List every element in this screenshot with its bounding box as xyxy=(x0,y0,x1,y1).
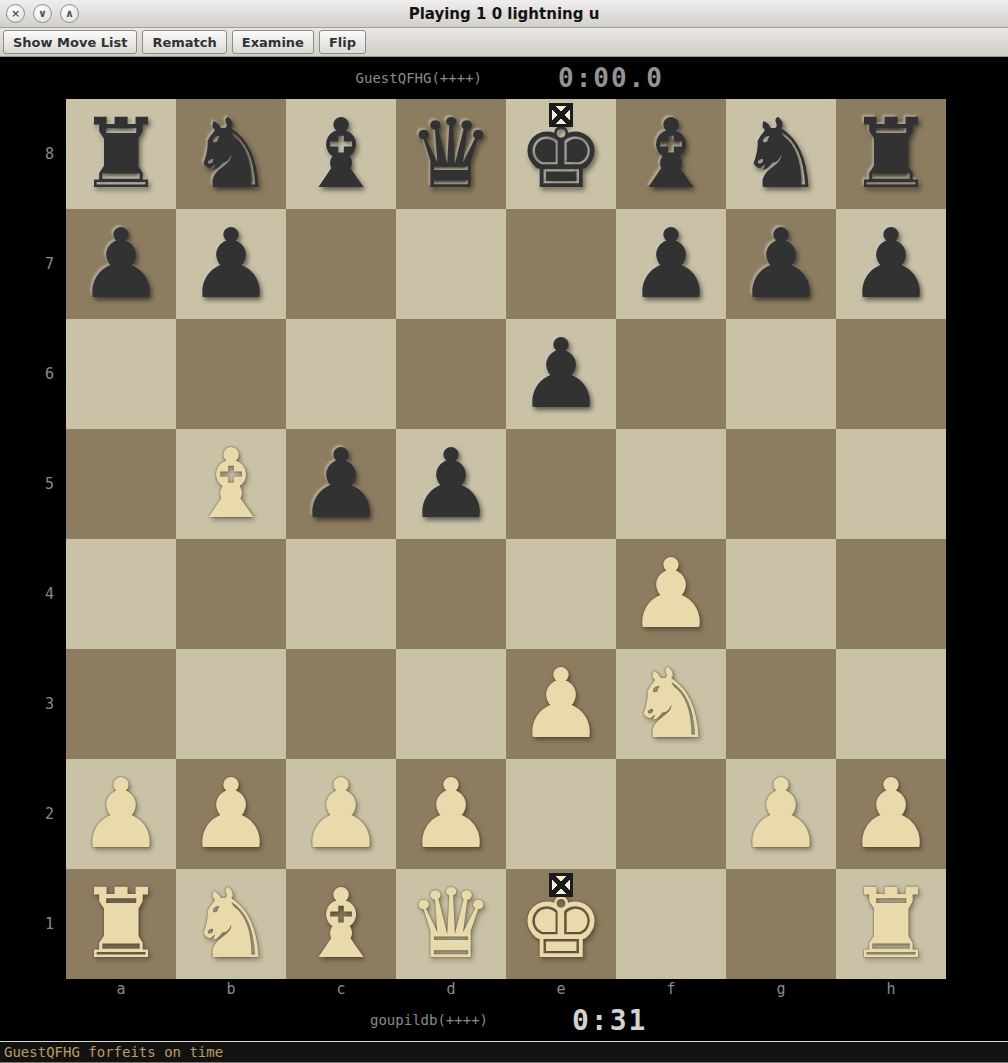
square-g5[interactable] xyxy=(726,429,836,539)
square-a6[interactable] xyxy=(66,319,176,429)
square-e6[interactable]: ♟ xyxy=(506,319,616,429)
square-h1[interactable]: ♜ xyxy=(836,869,946,979)
board-rank-2: 2♟♟♟♟♟♟ xyxy=(0,759,1008,869)
square-c2[interactable]: ♟ xyxy=(286,759,396,869)
top-player-name: GuestQFHG(++++) xyxy=(0,70,482,86)
file-labels: abcdefgh xyxy=(0,979,1008,999)
square-g7[interactable]: ♟ xyxy=(726,209,836,319)
bottom-player-clock: 0:31 xyxy=(572,1004,647,1037)
file-label-b: b xyxy=(176,980,286,998)
piece-white-rook: ♜ xyxy=(78,869,164,979)
bottom-player-row: goupildb(++++) 0:31 xyxy=(0,999,1008,1041)
square-e5[interactable] xyxy=(506,429,616,539)
square-g8[interactable]: ♞ xyxy=(726,99,836,209)
square-h5[interactable] xyxy=(836,429,946,539)
square-c7[interactable] xyxy=(286,209,396,319)
top-player-clock: 0:00.0 xyxy=(558,63,664,93)
square-e1[interactable]: ♚ xyxy=(506,869,616,979)
square-d6[interactable] xyxy=(396,319,506,429)
piece-white-pawn: ♟ xyxy=(518,649,604,759)
file-label-f: f xyxy=(616,980,726,998)
game-area: GuestQFHG(++++) 0:00.0 8♜♞♝♛♚♝♞♜7♟♟♟♟♟6♟… xyxy=(0,57,1008,1041)
square-g3[interactable] xyxy=(726,649,836,759)
square-f6[interactable] xyxy=(616,319,726,429)
rematch-button[interactable]: Rematch xyxy=(142,30,226,54)
board-rank-1: 1♜♞♝♛♚♜ xyxy=(0,869,1008,979)
piece-black-bishop: ♝ xyxy=(628,99,714,209)
square-b1[interactable]: ♞ xyxy=(176,869,286,979)
piece-white-pawn: ♟ xyxy=(628,539,714,649)
status-bar: GuestQFHG forfeits on time xyxy=(0,1041,1008,1063)
show-move-list-button[interactable]: Show Move List xyxy=(3,30,137,54)
square-h8[interactable]: ♜ xyxy=(836,99,946,209)
king-finial-box-icon xyxy=(549,873,573,897)
square-c6[interactable] xyxy=(286,319,396,429)
board-rank-4: 4♟ xyxy=(0,539,1008,649)
square-b7[interactable]: ♟ xyxy=(176,209,286,319)
file-label-a: a xyxy=(66,980,176,998)
square-g6[interactable] xyxy=(726,319,836,429)
examine-button[interactable]: Examine xyxy=(232,30,314,54)
rank-label-6: 6 xyxy=(0,319,66,429)
square-b5[interactable]: ♝ xyxy=(176,429,286,539)
piece-white-pawn: ♟ xyxy=(848,759,934,869)
window-title: Playing 1 0 lightning u xyxy=(0,5,1008,23)
square-d4[interactable] xyxy=(396,539,506,649)
bottom-player-name: goupildb(++++) xyxy=(0,1012,488,1028)
piece-white-pawn: ♟ xyxy=(408,759,494,869)
square-a8[interactable]: ♜ xyxy=(66,99,176,209)
square-c4[interactable] xyxy=(286,539,396,649)
square-g1[interactable] xyxy=(726,869,836,979)
square-g2[interactable]: ♟ xyxy=(726,759,836,869)
square-a1[interactable]: ♜ xyxy=(66,869,176,979)
board-rank-7: 7♟♟♟♟♟ xyxy=(0,209,1008,319)
square-e3[interactable]: ♟ xyxy=(506,649,616,759)
square-b2[interactable]: ♟ xyxy=(176,759,286,869)
square-h7[interactable]: ♟ xyxy=(836,209,946,319)
toolbar: Show Move List Rematch Examine Flip xyxy=(0,28,1008,57)
piece-black-pawn: ♟ xyxy=(848,209,934,319)
square-c5[interactable]: ♟ xyxy=(286,429,396,539)
rank-label-2: 2 xyxy=(0,759,66,869)
rank-label-8: 8 xyxy=(0,99,66,209)
board-rank-5: 5♝♟♟ xyxy=(0,429,1008,539)
square-a3[interactable] xyxy=(66,649,176,759)
piece-black-king: ♚ xyxy=(518,99,604,209)
board-rank-3: 3♟♞ xyxy=(0,649,1008,759)
rank-label-4: 4 xyxy=(0,539,66,649)
piece-white-pawn: ♟ xyxy=(738,759,824,869)
file-label-c: c xyxy=(286,980,396,998)
board-rank-8: 8♜♞♝♛♚♝♞♜ xyxy=(0,99,1008,209)
piece-white-pawn: ♟ xyxy=(78,759,164,869)
square-d7[interactable] xyxy=(396,209,506,319)
square-d5[interactable]: ♟ xyxy=(396,429,506,539)
piece-white-bishop: ♝ xyxy=(298,869,384,979)
piece-black-rook: ♜ xyxy=(848,99,934,209)
rank-label-1: 1 xyxy=(0,869,66,979)
square-a5[interactable] xyxy=(66,429,176,539)
piece-white-queen: ♛ xyxy=(408,869,494,979)
square-d8[interactable]: ♛ xyxy=(396,99,506,209)
piece-black-pawn: ♟ xyxy=(518,319,604,429)
square-d1[interactable]: ♛ xyxy=(396,869,506,979)
square-e8[interactable]: ♚ xyxy=(506,99,616,209)
piece-black-bishop: ♝ xyxy=(298,99,384,209)
square-d2[interactable]: ♟ xyxy=(396,759,506,869)
square-h4[interactable] xyxy=(836,539,946,649)
piece-white-pawn: ♟ xyxy=(188,759,274,869)
square-a2[interactable]: ♟ xyxy=(66,759,176,869)
square-f1[interactable] xyxy=(616,869,726,979)
square-b8[interactable]: ♞ xyxy=(176,99,286,209)
square-f3[interactable]: ♞ xyxy=(616,649,726,759)
square-f8[interactable]: ♝ xyxy=(616,99,726,209)
piece-black-pawn: ♟ xyxy=(408,429,494,539)
rank-label-3: 3 xyxy=(0,649,66,759)
square-f7[interactable]: ♟ xyxy=(616,209,726,319)
file-label-d: d xyxy=(396,980,506,998)
board-rank-6: 6♟ xyxy=(0,319,1008,429)
piece-black-rook: ♜ xyxy=(78,99,164,209)
square-h6[interactable] xyxy=(836,319,946,429)
piece-black-pawn: ♟ xyxy=(738,209,824,319)
square-e4[interactable] xyxy=(506,539,616,649)
rank-label-5: 5 xyxy=(0,429,66,539)
square-e7[interactable] xyxy=(506,209,616,319)
piece-white-knight: ♞ xyxy=(188,869,274,979)
top-player-row: GuestQFHG(++++) 0:00.0 xyxy=(0,57,1008,99)
square-b4[interactable] xyxy=(176,539,286,649)
square-h2[interactable]: ♟ xyxy=(836,759,946,869)
status-message: GuestQFHG forfeits on time xyxy=(4,1044,223,1060)
square-d3[interactable] xyxy=(396,649,506,759)
piece-black-pawn: ♟ xyxy=(78,209,164,319)
square-b3[interactable] xyxy=(176,649,286,759)
piece-white-king: ♚ xyxy=(518,869,604,979)
square-a4[interactable] xyxy=(66,539,176,649)
chess-board: 8♜♞♝♛♚♝♞♜7♟♟♟♟♟6♟5♝♟♟4♟3♟♞2♟♟♟♟♟♟1♜♞♝♛♚♜ xyxy=(0,99,1008,979)
king-finial-box-icon xyxy=(549,103,573,127)
flip-button[interactable]: Flip xyxy=(319,30,366,54)
piece-black-pawn: ♟ xyxy=(298,429,384,539)
title-bar: × ∨ ∧ Playing 1 0 lightning u xyxy=(0,0,1008,28)
piece-black-pawn: ♟ xyxy=(188,209,274,319)
unshade-icon[interactable]: ∧ xyxy=(60,4,79,23)
square-c3[interactable] xyxy=(286,649,396,759)
square-h3[interactable] xyxy=(836,649,946,759)
square-b6[interactable] xyxy=(176,319,286,429)
piece-white-pawn: ♟ xyxy=(298,759,384,869)
piece-white-rook: ♜ xyxy=(848,869,934,979)
square-e2[interactable] xyxy=(506,759,616,869)
piece-black-knight: ♞ xyxy=(738,99,824,209)
square-c8[interactable]: ♝ xyxy=(286,99,396,209)
square-g4[interactable] xyxy=(726,539,836,649)
piece-black-queen: ♛ xyxy=(408,99,494,209)
rank-label-7: 7 xyxy=(0,209,66,319)
file-label-g: g xyxy=(726,980,836,998)
file-label-h: h xyxy=(836,980,946,998)
square-c1[interactable]: ♝ xyxy=(286,869,396,979)
square-f4[interactable]: ♟ xyxy=(616,539,726,649)
square-f5[interactable] xyxy=(616,429,726,539)
piece-black-knight: ♞ xyxy=(188,99,274,209)
shade-icon[interactable]: ∨ xyxy=(33,4,52,23)
piece-white-knight: ♞ xyxy=(628,649,714,759)
close-icon[interactable]: × xyxy=(6,4,25,23)
piece-white-bishop: ♝ xyxy=(188,429,274,539)
piece-black-pawn: ♟ xyxy=(628,209,714,319)
square-a7[interactable]: ♟ xyxy=(66,209,176,319)
file-label-e: e xyxy=(506,980,616,998)
square-f2[interactable] xyxy=(616,759,726,869)
